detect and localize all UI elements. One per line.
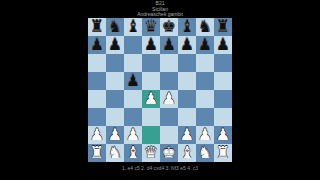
piece-white-pawn: ♟ [198, 126, 212, 144]
square-b7[interactable]: ♟ [106, 36, 124, 54]
piece-black-pawn: ♟ [216, 36, 230, 54]
square-b3[interactable] [106, 108, 124, 126]
square-c1[interactable]: ♝ [124, 144, 142, 162]
piece-black-knight: ♞ [198, 18, 212, 36]
piece-white-queen: ♛ [144, 144, 158, 162]
square-f6[interactable] [178, 54, 196, 72]
piece-black-bishop: ♝ [126, 18, 140, 36]
square-a4[interactable] [88, 90, 106, 108]
square-d6[interactable] [142, 54, 160, 72]
square-d7[interactable]: ♟ [142, 36, 160, 54]
square-d8[interactable]: ♛ [142, 18, 160, 36]
piece-white-pawn: ♟ [108, 126, 122, 144]
square-b5[interactable] [106, 72, 124, 90]
square-c2[interactable]: ♟ [124, 126, 142, 144]
piece-white-pawn: ♟ [162, 90, 176, 108]
piece-white-knight: ♞ [198, 144, 212, 162]
square-d5[interactable] [142, 72, 160, 90]
piece-white-pawn: ♟ [90, 126, 104, 144]
square-f1[interactable]: ♝ [178, 144, 196, 162]
square-g6[interactable] [196, 54, 214, 72]
piece-black-rook: ♜ [216, 18, 230, 36]
piece-black-pawn: ♟ [180, 36, 194, 54]
square-c5[interactable]: ♟ [124, 72, 142, 90]
square-a3[interactable] [88, 108, 106, 126]
piece-black-king: ♚ [162, 18, 176, 36]
piece-white-king: ♚ [162, 144, 176, 162]
square-a5[interactable] [88, 72, 106, 90]
thumbnail-canvas: B21 Sicilian Andreaschek gambit ♜♞♝♛♚♝♞♜… [0, 0, 320, 180]
square-b2[interactable]: ♟ [106, 126, 124, 144]
square-c8[interactable]: ♝ [124, 18, 142, 36]
square-f4[interactable] [178, 90, 196, 108]
square-a2[interactable]: ♟ [88, 126, 106, 144]
piece-white-pawn: ♟ [126, 126, 140, 144]
square-c3[interactable] [124, 108, 142, 126]
square-c4[interactable] [124, 90, 142, 108]
piece-black-pawn: ♟ [108, 36, 122, 54]
square-d3[interactable] [142, 108, 160, 126]
piece-white-pawn: ♟ [144, 90, 158, 108]
square-h4[interactable] [214, 90, 232, 108]
piece-black-bishop: ♝ [180, 18, 194, 36]
piece-white-bishop: ♝ [180, 144, 194, 162]
square-h6[interactable] [214, 54, 232, 72]
square-d4[interactable]: ♟ [142, 90, 160, 108]
square-h5[interactable] [214, 72, 232, 90]
square-b8[interactable]: ♞ [106, 18, 124, 36]
square-e6[interactable] [160, 54, 178, 72]
square-g7[interactable]: ♟ [196, 36, 214, 54]
piece-black-pawn: ♟ [126, 72, 140, 90]
chess-board: ♜♞♝♛♚♝♞♜♟♟♟♟♟♟♟♟♟♟♟♟♟♟♟♟♜♞♝♛♚♝♞♜ [88, 18, 232, 162]
square-g1[interactable]: ♞ [196, 144, 214, 162]
square-g3[interactable] [196, 108, 214, 126]
square-e1[interactable]: ♚ [160, 144, 178, 162]
square-b4[interactable] [106, 90, 124, 108]
piece-black-pawn: ♟ [144, 36, 158, 54]
square-e4[interactable]: ♟ [160, 90, 178, 108]
square-h2[interactable]: ♟ [214, 126, 232, 144]
square-g5[interactable] [196, 72, 214, 90]
piece-white-pawn: ♟ [180, 126, 194, 144]
square-e3[interactable] [160, 108, 178, 126]
piece-white-rook: ♜ [216, 144, 230, 162]
square-f2[interactable]: ♟ [178, 126, 196, 144]
square-b1[interactable]: ♞ [106, 144, 124, 162]
square-e5[interactable] [160, 72, 178, 90]
square-g8[interactable]: ♞ [196, 18, 214, 36]
piece-black-queen: ♛ [144, 18, 158, 36]
square-a7[interactable]: ♟ [88, 36, 106, 54]
square-h3[interactable] [214, 108, 232, 126]
square-f3[interactable] [178, 108, 196, 126]
square-h1[interactable]: ♜ [214, 144, 232, 162]
square-d1[interactable]: ♛ [142, 144, 160, 162]
square-h7[interactable]: ♟ [214, 36, 232, 54]
square-d2[interactable] [142, 126, 160, 144]
square-e7[interactable]: ♟ [160, 36, 178, 54]
piece-white-knight: ♞ [108, 144, 122, 162]
square-e8[interactable]: ♚ [160, 18, 178, 36]
piece-white-pawn: ♟ [216, 126, 230, 144]
opening-header: B21 Sicilian Andreaschek gambit [0, 1, 320, 18]
variation-name: Andreaschek gambit [0, 12, 320, 18]
square-f5[interactable] [178, 72, 196, 90]
square-a6[interactable] [88, 54, 106, 72]
piece-white-rook: ♜ [90, 144, 104, 162]
square-g2[interactable]: ♟ [196, 126, 214, 144]
square-a1[interactable]: ♜ [88, 144, 106, 162]
piece-black-pawn: ♟ [162, 36, 176, 54]
square-a8[interactable]: ♜ [88, 18, 106, 36]
square-h8[interactable]: ♜ [214, 18, 232, 36]
square-f8[interactable]: ♝ [178, 18, 196, 36]
piece-black-pawn: ♟ [198, 36, 212, 54]
piece-black-knight: ♞ [108, 18, 122, 36]
piece-white-bishop: ♝ [126, 144, 140, 162]
move-list: 1. e4 c5 2. d4 cxd4 3. Nf3 e5 4. c3 [0, 165, 320, 171]
square-c6[interactable] [124, 54, 142, 72]
square-c7[interactable] [124, 36, 142, 54]
square-e2[interactable] [160, 126, 178, 144]
piece-black-pawn: ♟ [90, 36, 104, 54]
square-f7[interactable]: ♟ [178, 36, 196, 54]
square-g4[interactable] [196, 90, 214, 108]
square-b6[interactable] [106, 54, 124, 72]
piece-black-rook: ♜ [90, 18, 104, 36]
